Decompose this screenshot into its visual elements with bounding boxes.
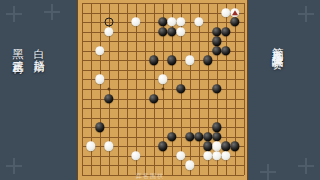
white-stone	[167, 17, 176, 26]
black-stone	[158, 27, 167, 36]
black-stone	[167, 56, 176, 65]
white-player-name: 赵治勋	[33, 51, 45, 54]
black-stone	[194, 132, 203, 141]
background-pattern-cross	[6, 6, 22, 22]
grid-line-vertical	[244, 3, 245, 175]
white-stone	[221, 8, 230, 17]
white-stone	[212, 151, 221, 160]
white-stone	[104, 27, 113, 36]
black-stone	[230, 142, 239, 151]
white-stone	[194, 17, 203, 26]
black-stone	[212, 122, 221, 131]
white-stone	[86, 142, 95, 151]
grid-line-horizontal	[82, 118, 244, 119]
grid-line-horizontal	[82, 3, 244, 4]
background-pattern-cross	[298, 6, 314, 22]
black-stone	[212, 84, 221, 93]
black-stone	[212, 36, 221, 45]
black-stone	[212, 27, 221, 36]
grid-line-horizontal	[82, 165, 244, 166]
black-stone	[185, 132, 194, 141]
white-stone	[203, 151, 212, 160]
black-stone	[203, 56, 212, 65]
white-stone	[176, 17, 185, 26]
event-title: 第九期棋圣战决赛	[271, 38, 283, 50]
black-stone	[230, 17, 239, 26]
grid-line-horizontal	[82, 13, 244, 14]
white-stone	[185, 161, 194, 170]
player-black-label: 黑武宫正树	[12, 40, 23, 55]
broadcast-frame: 黑武宫正树 白赵治勋 第九期棋圣战决赛 弈客围棋	[0, 0, 320, 180]
black-stone	[221, 46, 230, 55]
black-stone	[212, 132, 221, 141]
circle-marker	[104, 18, 113, 27]
black-stone	[149, 56, 158, 65]
black-player-name: 武宫正树	[12, 51, 24, 55]
last-move-triangle-marker	[232, 10, 238, 15]
black-stone	[212, 46, 221, 55]
black-stone	[203, 132, 212, 141]
white-stone	[176, 27, 185, 36]
white-stone	[104, 142, 113, 151]
hoshi-point	[107, 87, 110, 90]
white-stone	[212, 142, 221, 151]
black-stone	[203, 142, 212, 151]
black-stone	[158, 142, 167, 151]
black-color-char: 黑	[12, 40, 24, 41]
black-stone	[167, 27, 176, 36]
black-stone	[149, 94, 158, 103]
grid-line-horizontal	[82, 60, 244, 61]
background-pattern-cross	[260, 164, 276, 180]
white-stone	[131, 17, 140, 26]
hoshi-point	[161, 87, 164, 90]
white-stone	[131, 151, 140, 160]
grid-line-horizontal	[82, 108, 244, 109]
go-board[interactable]	[77, 0, 248, 180]
white-stone	[185, 56, 194, 65]
watermark: 弈客围棋	[136, 172, 164, 180]
background-pattern-cross	[44, 4, 60, 20]
black-stone	[167, 132, 176, 141]
white-stone	[95, 46, 104, 55]
white-stone	[176, 151, 185, 160]
white-color-char: 白	[33, 40, 45, 41]
black-stone	[176, 84, 185, 93]
grid-line-horizontal	[82, 70, 244, 71]
player-white-label: 白赵治勋	[33, 40, 44, 54]
white-stone	[221, 151, 230, 160]
background-pattern-cross	[298, 158, 314, 174]
black-stone	[104, 94, 113, 103]
white-stone	[95, 75, 104, 84]
black-stone	[158, 17, 167, 26]
black-stone	[221, 142, 230, 151]
background-pattern-cross	[6, 158, 22, 174]
white-stone	[158, 75, 167, 84]
black-stone	[95, 122, 104, 131]
black-stone	[221, 27, 230, 36]
